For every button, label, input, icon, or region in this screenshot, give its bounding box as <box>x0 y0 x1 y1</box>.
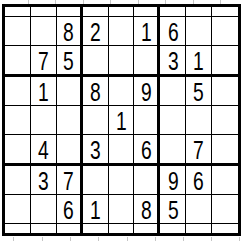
spreadsheet-gridline-tick <box>98 237 99 241</box>
cell-r2c5[interactable] <box>109 17 135 46</box>
spreadsheet-gridline-tick <box>193 0 194 4</box>
cell-r3c7[interactable]: 3 <box>160 46 186 77</box>
given-digit: 7 <box>38 46 49 74</box>
cell-r5c3[interactable] <box>57 106 83 135</box>
cell-r2c8[interactable] <box>186 17 212 46</box>
given-digit: 9 <box>141 77 152 105</box>
spreadsheet-canvas: 8216753118951436737966185 <box>0 0 248 241</box>
cell-r8c5[interactable] <box>109 195 135 224</box>
cell-r3c3[interactable]: 5 <box>57 46 83 77</box>
given-digit: 1 <box>90 195 101 223</box>
cell-r4c5[interactable] <box>109 77 135 106</box>
cell-r9c7[interactable] <box>160 224 186 234</box>
given-digit: 3 <box>167 46 178 74</box>
cell-r6c1[interactable] <box>5 135 31 166</box>
cell-r1c7[interactable] <box>160 7 186 17</box>
cell-r1c3[interactable] <box>57 7 83 17</box>
cell-r3c1[interactable] <box>5 46 31 77</box>
given-digit: 5 <box>63 46 74 74</box>
cell-r3c4[interactable] <box>83 46 109 77</box>
cell-r1c9[interactable] <box>212 7 238 17</box>
given-digit: 6 <box>141 135 152 163</box>
cell-r2c6[interactable]: 1 <box>134 17 160 46</box>
given-digit: 9 <box>167 166 178 194</box>
given-digit: 4 <box>38 135 49 163</box>
cell-r9c5[interactable] <box>109 224 135 234</box>
given-digit: 5 <box>193 77 204 105</box>
cell-r8c4[interactable]: 1 <box>83 195 109 224</box>
cell-r5c8[interactable] <box>186 106 212 135</box>
cell-r6c2[interactable]: 4 <box>31 135 57 166</box>
cell-r2c9[interactable] <box>212 17 238 46</box>
given-digit: 1 <box>141 17 152 45</box>
given-digit: 8 <box>63 17 74 45</box>
spreadsheet-gridline-tick <box>70 237 71 241</box>
cell-r7c9[interactable] <box>212 166 238 195</box>
cell-r5c6[interactable] <box>134 106 160 135</box>
given-digit: 2 <box>90 17 101 45</box>
cell-r6c8[interactable]: 7 <box>186 135 212 166</box>
cell-r7c1[interactable] <box>5 166 31 195</box>
cell-r6c7[interactable] <box>160 135 186 166</box>
cell-r9c9[interactable] <box>212 224 238 234</box>
cell-r1c4[interactable] <box>83 7 109 17</box>
cell-r4c7[interactable] <box>160 77 186 106</box>
cell-r2c4[interactable]: 2 <box>83 17 109 46</box>
given-digit: 7 <box>63 166 74 194</box>
cell-r4c9[interactable] <box>212 77 238 106</box>
cell-r9c2[interactable] <box>31 224 57 234</box>
cell-r9c3[interactable] <box>57 224 83 234</box>
cell-r3c2[interactable]: 7 <box>31 46 57 77</box>
cell-r7c6[interactable] <box>134 166 160 195</box>
spreadsheet-gridline-tick <box>127 237 128 241</box>
given-digit: 1 <box>193 46 204 74</box>
cell-r5c7[interactable] <box>160 106 186 135</box>
spreadsheet-gridline-tick <box>55 0 56 4</box>
cell-r9c4[interactable] <box>83 224 109 234</box>
cell-r5c9[interactable] <box>212 106 238 135</box>
cell-r7c8[interactable]: 6 <box>186 166 212 195</box>
given-digit: 7 <box>193 135 204 163</box>
cell-r3c8[interactable]: 1 <box>186 46 212 77</box>
cell-r1c6[interactable] <box>134 7 160 17</box>
spreadsheet-gridline-tick <box>83 0 84 4</box>
cell-r5c1[interactable] <box>5 106 31 135</box>
cell-r4c1[interactable] <box>5 77 31 106</box>
given-digit: 8 <box>141 195 152 223</box>
cell-r3c9[interactable] <box>212 46 238 77</box>
given-digit: 6 <box>63 195 74 223</box>
spreadsheet-gridline-tick <box>138 0 139 4</box>
cell-r8c3[interactable]: 6 <box>57 195 83 224</box>
cell-r2c7[interactable]: 6 <box>160 17 186 46</box>
spreadsheet-gridline-tick <box>220 0 221 4</box>
cell-r2c3[interactable]: 8 <box>57 17 83 46</box>
cell-r7c3[interactable]: 7 <box>57 166 83 195</box>
cell-r1c2[interactable] <box>31 7 57 17</box>
given-digit: 6 <box>167 17 178 45</box>
spreadsheet-gridline-tick <box>183 237 184 241</box>
cell-r5c2[interactable] <box>31 106 57 135</box>
given-digit: 5 <box>167 195 178 223</box>
cell-r8c2[interactable] <box>31 195 57 224</box>
spreadsheet-gridline-tick <box>155 237 156 241</box>
spreadsheet-gridline-tick <box>110 0 111 4</box>
cell-r6c9[interactable] <box>212 135 238 166</box>
cell-r8c7[interactable]: 5 <box>160 195 186 224</box>
cell-r8c8[interactable] <box>186 195 212 224</box>
cell-r4c3[interactable] <box>57 77 83 106</box>
given-digit: 1 <box>116 106 127 134</box>
cell-r6c4[interactable]: 3 <box>83 135 109 166</box>
given-digit: 1 <box>38 77 49 105</box>
given-digit: 3 <box>38 166 49 194</box>
cell-r6c3[interactable] <box>57 135 83 166</box>
spreadsheet-gridline-tick <box>211 237 212 241</box>
cell-r1c5[interactable] <box>109 7 135 17</box>
cell-r1c1[interactable] <box>5 7 31 17</box>
cell-r2c2[interactable] <box>31 17 57 46</box>
cell-r3c6[interactable] <box>134 46 160 77</box>
cell-r2c1[interactable] <box>5 17 31 46</box>
cell-r5c5[interactable]: 1 <box>109 106 135 135</box>
spreadsheet-gridline-tick <box>42 237 43 241</box>
given-digit: 6 <box>193 166 204 194</box>
cell-r4c2[interactable]: 1 <box>31 77 57 106</box>
cell-r6c6[interactable]: 6 <box>134 135 160 166</box>
cell-r4c6[interactable]: 9 <box>134 77 160 106</box>
cell-r8c1[interactable] <box>5 195 31 224</box>
spreadsheet-gridline-tick <box>165 0 166 4</box>
cell-r1c8[interactable] <box>186 7 212 17</box>
cell-r9c6[interactable] <box>134 224 160 234</box>
cell-r4c8[interactable]: 5 <box>186 77 212 106</box>
spreadsheet-gridline-tick <box>13 237 14 241</box>
cell-r6c5[interactable] <box>109 135 135 166</box>
cell-r9c1[interactable] <box>5 224 31 234</box>
cell-r7c5[interactable] <box>109 166 135 195</box>
given-digit: 8 <box>90 77 101 105</box>
cell-r3c5[interactable] <box>109 46 135 77</box>
cell-r7c7[interactable]: 9 <box>160 166 186 195</box>
cell-r8c6[interactable]: 8 <box>134 195 160 224</box>
spreadsheet-gridline-tick <box>28 0 29 4</box>
cell-r7c4[interactable] <box>83 166 109 195</box>
cell-r4c4[interactable]: 8 <box>83 77 109 106</box>
sudoku-board: 8216753118951436737966185 <box>2 4 241 236</box>
cell-r7c2[interactable]: 3 <box>31 166 57 195</box>
cell-r5c4[interactable] <box>83 106 109 135</box>
cell-r9c8[interactable] <box>186 224 212 234</box>
given-digit: 3 <box>90 135 101 163</box>
cell-r8c9[interactable] <box>212 195 238 224</box>
spreadsheet-gridline-tick <box>239 237 240 241</box>
